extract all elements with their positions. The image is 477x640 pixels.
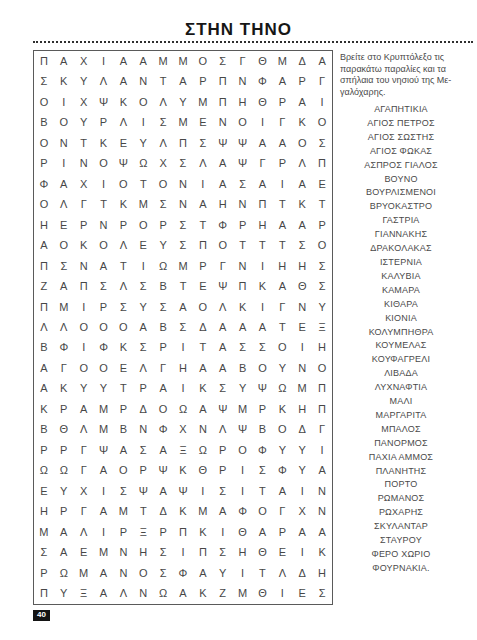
grid-cell-r4c1[interactable]: Β: [34, 112, 54, 132]
grid-cell-r16c10[interactable]: Α: [213, 358, 233, 378]
grid-cell-r10c4[interactable]: Ο: [94, 235, 114, 255]
grid-cell-r20c12[interactable]: Φ: [253, 440, 273, 460]
grid-cell-r24c11[interactable]: Θ: [233, 522, 253, 542]
grid-cell-r21c1[interactable]: Ω: [34, 461, 54, 481]
grid-cell-r22c10[interactable]: Σ: [213, 481, 233, 501]
grid-cell-r17c10[interactable]: Σ: [213, 379, 233, 399]
grid-cell-r17c13[interactable]: Ω: [272, 379, 292, 399]
grid-cell-r23c1[interactable]: Η: [34, 502, 54, 522]
grid-cell-r14c3[interactable]: Ο: [74, 317, 94, 337]
grid-cell-r17c14[interactable]: Μ: [292, 379, 312, 399]
grid-cell-r12c15[interactable]: Σ: [312, 276, 332, 296]
grid-cell-r8c1[interactable]: Ο: [34, 194, 54, 214]
grid-cell-r12c1[interactable]: Ζ: [34, 276, 54, 296]
grid-cell-r14c4[interactable]: Ο: [94, 317, 114, 337]
grid-cell-r20c3[interactable]: Γ: [74, 440, 94, 460]
grid-cell-r4c3[interactable]: Υ: [74, 112, 94, 132]
grid-cell-r7c12[interactable]: Α: [253, 174, 273, 194]
grid-cell-r26c6[interactable]: Ο: [133, 563, 153, 583]
grid-cell-r19c5[interactable]: Β: [113, 420, 133, 440]
grid-cell-r1c6[interactable]: Α: [133, 51, 153, 71]
grid-cell-r22c6[interactable]: Ψ: [133, 481, 153, 501]
grid-cell-r6c4[interactable]: Ο: [94, 153, 114, 173]
grid-cell-r5c2[interactable]: Ν: [54, 133, 74, 153]
grid-cell-r14c14[interactable]: Ε: [292, 317, 312, 337]
grid-cell-r17c12[interactable]: Ψ: [253, 379, 273, 399]
grid-cell-r25c5[interactable]: Ν: [113, 543, 133, 563]
grid-cell-r19c8[interactable]: Χ: [173, 420, 193, 440]
grid-cell-r9c5[interactable]: Ρ: [113, 215, 133, 235]
grid-cell-r13c2[interactable]: Μ: [54, 297, 74, 317]
grid-cell-r23c14[interactable]: Χ: [292, 502, 312, 522]
grid-cell-r17c5[interactable]: Τ: [113, 379, 133, 399]
grid-cell-r16c11[interactable]: Β: [233, 358, 253, 378]
grid-cell-r10c3[interactable]: Κ: [74, 235, 94, 255]
grid-cell-r14c8[interactable]: Σ: [173, 317, 193, 337]
grid-cell-r23c9[interactable]: Μ: [193, 502, 213, 522]
grid-cell-r16c8[interactable]: Η: [173, 358, 193, 378]
grid-cell-r24c6[interactable]: Ξ: [133, 522, 153, 542]
grid-cell-r22c11[interactable]: Ι: [233, 481, 253, 501]
grid-cell-r4c2[interactable]: Ο: [54, 112, 74, 132]
grid-cell-r18c4[interactable]: Μ: [94, 399, 114, 419]
grid-cell-r12c12[interactable]: Κ: [253, 276, 273, 296]
grid-cell-r22c3[interactable]: Χ: [74, 481, 94, 501]
grid-cell-r26c5[interactable]: Ν: [113, 563, 133, 583]
grid-cell-r23c8[interactable]: Κ: [173, 502, 193, 522]
grid-cell-r9c2[interactable]: Ε: [54, 215, 74, 235]
grid-cell-r20c13[interactable]: Υ: [272, 440, 292, 460]
grid-cell-r27c1[interactable]: Π: [34, 584, 54, 604]
grid-cell-r20c15[interactable]: Ι: [312, 440, 332, 460]
grid-cell-r4c5[interactable]: Λ: [113, 112, 133, 132]
grid-cell-r8c5[interactable]: Κ: [113, 194, 133, 214]
grid-cell-r14c2[interactable]: Λ: [54, 317, 74, 337]
grid-cell-r27c5[interactable]: Λ: [113, 584, 133, 604]
grid-cell-r24c15[interactable]: Α: [312, 522, 332, 542]
grid-cell-r26c11[interactable]: Ι: [233, 563, 253, 583]
grid-cell-r24c7[interactable]: Ρ: [153, 522, 173, 542]
grid-cell-r17c9[interactable]: Κ: [193, 379, 213, 399]
grid-cell-r17c2[interactable]: Κ: [54, 379, 74, 399]
grid-cell-r9c6[interactable]: Ο: [133, 215, 153, 235]
grid-cell-r4c7[interactable]: Σ: [153, 112, 173, 132]
grid-cell-r19c14[interactable]: Δ: [292, 420, 312, 440]
grid-cell-r2c6[interactable]: Ν: [133, 71, 153, 91]
grid-cell-r21c5[interactable]: Ο: [113, 461, 133, 481]
grid-cell-r2c15[interactable]: Γ: [312, 71, 332, 91]
grid-cell-r1c3[interactable]: Χ: [74, 51, 94, 71]
grid-cell-r22c7[interactable]: Α: [153, 481, 173, 501]
grid-cell-r7c9[interactable]: Ι: [193, 174, 213, 194]
grid-cell-r14c6[interactable]: Α: [133, 317, 153, 337]
grid-cell-r27c14[interactable]: Ε: [292, 584, 312, 604]
grid-cell-r13c7[interactable]: Σ: [153, 297, 173, 317]
grid-cell-r10c8[interactable]: Σ: [173, 235, 193, 255]
grid-cell-r3c9[interactable]: Μ: [193, 92, 213, 112]
grid-cell-r13c8[interactable]: Α: [173, 297, 193, 317]
grid-cell-r27c3[interactable]: Ξ: [74, 584, 94, 604]
grid-cell-r20c11[interactable]: Ο: [233, 440, 253, 460]
grid-cell-r16c3[interactable]: Ο: [74, 358, 94, 378]
grid-cell-r2c13[interactable]: Α: [272, 71, 292, 91]
grid-cell-r23c13[interactable]: Γ: [272, 502, 292, 522]
grid-cell-r12c13[interactable]: Α: [272, 276, 292, 296]
grid-cell-r5c14[interactable]: Ο: [292, 133, 312, 153]
grid-cell-r7c6[interactable]: Τ: [133, 174, 153, 194]
grid-cell-r19c12[interactable]: Β: [253, 420, 273, 440]
grid-cell-r5c10[interactable]: Ψ: [213, 133, 233, 153]
grid-cell-r26c2[interactable]: Ω: [54, 563, 74, 583]
grid-cell-r2c9[interactable]: Ρ: [193, 71, 213, 91]
grid-cell-r22c1[interactable]: Ε: [34, 481, 54, 501]
grid-cell-r1c4[interactable]: Ι: [94, 51, 114, 71]
grid-cell-r23c10[interactable]: Α: [213, 502, 233, 522]
grid-cell-r11c6[interactable]: Ι: [133, 256, 153, 276]
grid-cell-r15c14[interactable]: Ι: [292, 338, 312, 358]
grid-cell-r24c13[interactable]: Ρ: [272, 522, 292, 542]
grid-cell-r8c15[interactable]: Τ: [312, 194, 332, 214]
grid-cell-r16c1[interactable]: Α: [34, 358, 54, 378]
grid-cell-r13c6[interactable]: Υ: [133, 297, 153, 317]
grid-cell-r25c6[interactable]: Η: [133, 543, 153, 563]
grid-cell-r27c12[interactable]: Θ: [253, 584, 273, 604]
grid-cell-r25c13[interactable]: Ε: [272, 543, 292, 563]
grid-cell-r17c3[interactable]: Υ: [74, 379, 94, 399]
grid-cell-r17c15[interactable]: Π: [312, 379, 332, 399]
grid-cell-r6c2[interactable]: Ι: [54, 153, 74, 173]
grid-cell-r2c1[interactable]: Σ: [34, 71, 54, 91]
grid-cell-r13c10[interactable]: Λ: [213, 297, 233, 317]
grid-cell-r12c14[interactable]: Θ: [292, 276, 312, 296]
grid-cell-r14c9[interactable]: Δ: [193, 317, 213, 337]
grid-cell-r12c11[interactable]: Π: [233, 276, 253, 296]
grid-cell-r5c1[interactable]: Ο: [34, 133, 54, 153]
grid-cell-r13c4[interactable]: Ρ: [94, 297, 114, 317]
grid-cell-r5c4[interactable]: Κ: [94, 133, 114, 153]
grid-cell-r17c7[interactable]: Α: [153, 379, 173, 399]
grid-cell-r17c4[interactable]: Υ: [94, 379, 114, 399]
grid-cell-r5c8[interactable]: Π: [173, 133, 193, 153]
grid-cell-r6c10[interactable]: Α: [213, 153, 233, 173]
grid-cell-r23c3[interactable]: Γ: [74, 502, 94, 522]
grid-cell-r25c9[interactable]: Π: [193, 543, 213, 563]
grid-cell-r13c3[interactable]: Ι: [74, 297, 94, 317]
grid-cell-r3c7[interactable]: Λ: [153, 92, 173, 112]
grid-cell-r19c13[interactable]: Ο: [272, 420, 292, 440]
grid-cell-r26c12[interactable]: Τ: [253, 563, 273, 583]
grid-cell-r26c10[interactable]: Υ: [213, 563, 233, 583]
grid-cell-r21c15[interactable]: Α: [312, 461, 332, 481]
grid-cell-r2c12[interactable]: Φ: [253, 71, 273, 91]
grid-cell-r26c3[interactable]: Μ: [74, 563, 94, 583]
grid-cell-r19c10[interactable]: Λ: [213, 420, 233, 440]
grid-cell-r15c12[interactable]: Σ: [253, 338, 273, 358]
grid-cell-r7c5[interactable]: Ο: [113, 174, 133, 194]
grid-cell-r14c10[interactable]: Α: [213, 317, 233, 337]
grid-cell-r27c10[interactable]: Ζ: [213, 584, 233, 604]
grid-cell-r9c4[interactable]: Ν: [94, 215, 114, 235]
grid-cell-r20c7[interactable]: Α: [153, 440, 173, 460]
grid-cell-r7c11[interactable]: Σ: [233, 174, 253, 194]
grid-cell-r17c1[interactable]: Α: [34, 379, 54, 399]
grid-cell-r21c7[interactable]: Ψ: [153, 461, 173, 481]
grid-cell-r22c13[interactable]: Α: [272, 481, 292, 501]
grid-cell-r1c15[interactable]: Α: [312, 51, 332, 71]
grid-cell-r14c7[interactable]: Β: [153, 317, 173, 337]
grid-cell-r16c5[interactable]: Ε: [113, 358, 133, 378]
grid-cell-r8c13[interactable]: Τ: [272, 194, 292, 214]
grid-cell-r1c7[interactable]: Μ: [153, 51, 173, 71]
grid-cell-r25c12[interactable]: Θ: [253, 543, 273, 563]
grid-cell-r21c9[interactable]: Θ: [193, 461, 213, 481]
grid-cell-r26c1[interactable]: Ρ: [34, 563, 54, 583]
grid-cell-r22c8[interactable]: Ψ: [173, 481, 193, 501]
grid-cell-r9c3[interactable]: Ρ: [74, 215, 94, 235]
grid-cell-r10c2[interactable]: Ο: [54, 235, 74, 255]
grid-cell-r11c4[interactable]: Α: [94, 256, 114, 276]
grid-cell-r8c6[interactable]: Μ: [133, 194, 153, 214]
grid-cell-r1c12[interactable]: Θ: [253, 51, 273, 71]
grid-cell-r12c3[interactable]: Π: [74, 276, 94, 296]
grid-cell-r18c9[interactable]: Α: [193, 399, 213, 419]
grid-cell-r7c14[interactable]: Α: [292, 174, 312, 194]
grid-cell-r22c14[interactable]: Ι: [292, 481, 312, 501]
grid-cell-r27c2[interactable]: Υ: [54, 584, 74, 604]
grid-cell-r1c14[interactable]: Δ: [292, 51, 312, 71]
grid-cell-r9c9[interactable]: Τ: [193, 215, 213, 235]
grid-cell-r19c1[interactable]: Β: [34, 420, 54, 440]
grid-cell-r1c8[interactable]: Μ: [173, 51, 193, 71]
grid-cell-r3c6[interactable]: Ο: [133, 92, 153, 112]
grid-cell-r11c3[interactable]: Ν: [74, 256, 94, 276]
grid-cell-r5c11[interactable]: Ψ: [233, 133, 253, 153]
grid-cell-r4c10[interactable]: Ν: [213, 112, 233, 132]
grid-cell-r9c13[interactable]: Α: [272, 215, 292, 235]
grid-cell-r25c10[interactable]: Σ: [213, 543, 233, 563]
grid-cell-r25c2[interactable]: Α: [54, 543, 74, 563]
grid-cell-r13c5[interactable]: Σ: [113, 297, 133, 317]
grid-cell-r21c2[interactable]: Ω: [54, 461, 74, 481]
grid-cell-r1c10[interactable]: Σ: [213, 51, 233, 71]
grid-cell-r8c14[interactable]: Κ: [292, 194, 312, 214]
grid-cell-r16c12[interactable]: Ο: [253, 358, 273, 378]
grid-cell-r23c12[interactable]: Ο: [253, 502, 273, 522]
grid-cell-r19c7[interactable]: Φ: [153, 420, 173, 440]
grid-cell-r3c1[interactable]: Ο: [34, 92, 54, 112]
grid-cell-r19c15[interactable]: Γ: [312, 420, 332, 440]
grid-cell-r24c10[interactable]: Ι: [213, 522, 233, 542]
grid-cell-r21c11[interactable]: Ι: [233, 461, 253, 481]
grid-cell-r13c12[interactable]: Ι: [253, 297, 273, 317]
grid-cell-r25c11[interactable]: Η: [233, 543, 253, 563]
grid-cell-r13c13[interactable]: Γ: [272, 297, 292, 317]
grid-cell-r18c3[interactable]: Α: [74, 399, 94, 419]
grid-cell-r4c12[interactable]: Ι: [253, 112, 273, 132]
grid-cell-r5c3[interactable]: Τ: [74, 133, 94, 153]
grid-cell-r15c9[interactable]: Τ: [193, 338, 213, 358]
grid-cell-r6c3[interactable]: Ν: [74, 153, 94, 173]
grid-cell-r3c10[interactable]: Π: [213, 92, 233, 112]
grid-cell-r9c8[interactable]: Σ: [173, 215, 193, 235]
grid-cell-r10c9[interactable]: Π: [193, 235, 213, 255]
grid-cell-r11c10[interactable]: Γ: [213, 256, 233, 276]
grid-cell-r27c8[interactable]: Α: [173, 584, 193, 604]
grid-cell-r20c8[interactable]: Ξ: [173, 440, 193, 460]
grid-cell-r25c14[interactable]: Ι: [292, 543, 312, 563]
grid-cell-r2c5[interactable]: Α: [113, 71, 133, 91]
grid-cell-r7c4[interactable]: Ι: [94, 174, 114, 194]
grid-cell-r27c11[interactable]: Μ: [233, 584, 253, 604]
grid-cell-r3c3[interactable]: Χ: [74, 92, 94, 112]
grid-cell-r22c9[interactable]: Ι: [193, 481, 213, 501]
grid-cell-r5c13[interactable]: Α: [272, 133, 292, 153]
grid-cell-r6c1[interactable]: Ρ: [34, 153, 54, 173]
grid-cell-r14c15[interactable]: Ξ: [312, 317, 332, 337]
grid-cell-r6c11[interactable]: Ψ: [233, 153, 253, 173]
grid-cell-r21c10[interactable]: Ρ: [213, 461, 233, 481]
grid-cell-r26c14[interactable]: Δ: [292, 563, 312, 583]
grid-cell-r10c1[interactable]: Α: [34, 235, 54, 255]
grid-cell-r10c11[interactable]: Τ: [233, 235, 253, 255]
grid-cell-r24c5[interactable]: Ρ: [113, 522, 133, 542]
grid-cell-r11c8[interactable]: Μ: [173, 256, 193, 276]
grid-cell-r10c12[interactable]: Τ: [253, 235, 273, 255]
grid-cell-r20c9[interactable]: Ω: [193, 440, 213, 460]
grid-cell-r10c14[interactable]: Σ: [292, 235, 312, 255]
grid-cell-r11c1[interactable]: Π: [34, 256, 54, 276]
grid-cell-r24c9[interactable]: Κ: [193, 522, 213, 542]
grid-cell-r17c11[interactable]: Υ: [233, 379, 253, 399]
grid-cell-r18c6[interactable]: Δ: [133, 399, 153, 419]
grid-cell-r12c2[interactable]: Α: [54, 276, 74, 296]
grid-cell-r15c3[interactable]: Ι: [74, 338, 94, 358]
grid-cell-r18c14[interactable]: Η: [292, 399, 312, 419]
grid-cell-r22c5[interactable]: Σ: [113, 481, 133, 501]
grid-cell-r2c3[interactable]: Υ: [74, 71, 94, 91]
grid-cell-r25c7[interactable]: Σ: [153, 543, 173, 563]
grid-cell-r3c15[interactable]: Ι: [312, 92, 332, 112]
grid-cell-r26c8[interactable]: Φ: [173, 563, 193, 583]
grid-cell-r27c9[interactable]: Κ: [193, 584, 213, 604]
grid-cell-r12c4[interactable]: Σ: [94, 276, 114, 296]
grid-cell-r25c1[interactable]: Σ: [34, 543, 54, 563]
grid-cell-r23c5[interactable]: Μ: [113, 502, 133, 522]
grid-cell-r11c5[interactable]: Τ: [113, 256, 133, 276]
grid-cell-r1c1[interactable]: Π: [34, 51, 54, 71]
grid-cell-r19c3[interactable]: Λ: [74, 420, 94, 440]
grid-cell-r19c4[interactable]: Μ: [94, 420, 114, 440]
grid-cell-r1c2[interactable]: Α: [54, 51, 74, 71]
grid-cell-r10c7[interactable]: Υ: [153, 235, 173, 255]
grid-cell-r14c12[interactable]: Α: [253, 317, 273, 337]
grid-cell-r25c4[interactable]: Μ: [94, 543, 114, 563]
grid-cell-r21c4[interactable]: Α: [94, 461, 114, 481]
grid-cell-r26c13[interactable]: Λ: [272, 563, 292, 583]
grid-cell-r3c11[interactable]: Η: [233, 92, 253, 112]
grid-cell-r23c11[interactable]: Φ: [233, 502, 253, 522]
grid-cell-r7c2[interactable]: Α: [54, 174, 74, 194]
grid-cell-r8c10[interactable]: Η: [213, 194, 233, 214]
grid-cell-r12c8[interactable]: Τ: [173, 276, 193, 296]
grid-cell-r4c15[interactable]: Ο: [312, 112, 332, 132]
grid-cell-r16c9[interactable]: Α: [193, 358, 213, 378]
grid-cell-r5c7[interactable]: Λ: [153, 133, 173, 153]
grid-cell-r15c1[interactable]: Β: [34, 338, 54, 358]
grid-cell-r24c2[interactable]: Α: [54, 522, 74, 542]
grid-cell-r6c13[interactable]: Ρ: [272, 153, 292, 173]
grid-cell-r25c8[interactable]: Ι: [173, 543, 193, 563]
grid-cell-r26c9[interactable]: Α: [193, 563, 213, 583]
grid-cell-r14c1[interactable]: Λ: [34, 317, 54, 337]
grid-cell-r9c1[interactable]: Η: [34, 215, 54, 235]
grid-cell-r19c9[interactable]: Ν: [193, 420, 213, 440]
grid-cell-r3c4[interactable]: Ψ: [94, 92, 114, 112]
grid-cell-r27c15[interactable]: Σ: [312, 584, 332, 604]
grid-cell-r27c6[interactable]: Ν: [133, 584, 153, 604]
grid-cell-r3c12[interactable]: Θ: [253, 92, 273, 112]
grid-cell-r4c9[interactable]: Ε: [193, 112, 213, 132]
grid-cell-r19c6[interactable]: Ν: [133, 420, 153, 440]
grid-cell-r20c4[interactable]: Ψ: [94, 440, 114, 460]
grid-cell-r15c8[interactable]: Ι: [173, 338, 193, 358]
grid-cell-r20c10[interactable]: Ρ: [213, 440, 233, 460]
grid-cell-r24c8[interactable]: Π: [173, 522, 193, 542]
grid-cell-r6c12[interactable]: Γ: [253, 153, 273, 173]
grid-cell-r4c13[interactable]: Γ: [272, 112, 292, 132]
grid-cell-r21c14[interactable]: Υ: [292, 461, 312, 481]
grid-cell-r13c1[interactable]: Π: [34, 297, 54, 317]
grid-cell-r2c14[interactable]: Ρ: [292, 71, 312, 91]
grid-cell-r10c13[interactable]: Τ: [272, 235, 292, 255]
grid-cell-r15c4[interactable]: Φ: [94, 338, 114, 358]
grid-cell-r21c6[interactable]: Ρ: [133, 461, 153, 481]
grid-cell-r26c15[interactable]: Η: [312, 563, 332, 583]
grid-cell-r13c9[interactable]: Ο: [193, 297, 213, 317]
grid-cell-r23c15[interactable]: Ν: [312, 502, 332, 522]
grid-cell-r5c5[interactable]: Ε: [113, 133, 133, 153]
grid-cell-r22c12[interactable]: Τ: [253, 481, 273, 501]
grid-cell-r11c9[interactable]: Ρ: [193, 256, 213, 276]
grid-cell-r12c6[interactable]: Σ: [133, 276, 153, 296]
grid-cell-r19c2[interactable]: Θ: [54, 420, 74, 440]
grid-cell-r7c8[interactable]: Ν: [173, 174, 193, 194]
grid-cell-r25c3[interactable]: Ε: [74, 543, 94, 563]
grid-cell-r2c10[interactable]: Π: [213, 71, 233, 91]
grid-cell-r10c5[interactable]: Λ: [113, 235, 133, 255]
grid-cell-r18c2[interactable]: Ρ: [54, 399, 74, 419]
grid-cell-r6c14[interactable]: Λ: [292, 153, 312, 173]
grid-cell-r16c2[interactable]: Γ: [54, 358, 74, 378]
grid-cell-r3c8[interactable]: Υ: [173, 92, 193, 112]
grid-cell-r26c7[interactable]: Σ: [153, 563, 173, 583]
grid-cell-r16c15[interactable]: Ο: [312, 358, 332, 378]
grid-cell-r16c6[interactable]: Λ: [133, 358, 153, 378]
grid-cell-r15c5[interactable]: Κ: [113, 338, 133, 358]
grid-cell-r14c13[interactable]: Τ: [272, 317, 292, 337]
grid-cell-r20c14[interactable]: Υ: [292, 440, 312, 460]
grid-cell-r1c9[interactable]: Ο: [193, 51, 213, 71]
grid-cell-r18c8[interactable]: Ω: [173, 399, 193, 419]
grid-cell-r2c11[interactable]: Ν: [233, 71, 253, 91]
grid-cell-r3c13[interactable]: Ρ: [272, 92, 292, 112]
grid-cell-r11c15[interactable]: Σ: [312, 256, 332, 276]
grid-cell-r4c4[interactable]: Ρ: [94, 112, 114, 132]
grid-cell-r12c10[interactable]: Ψ: [213, 276, 233, 296]
grid-cell-r18c11[interactable]: Μ: [233, 399, 253, 419]
grid-cell-r8c11[interactable]: Ν: [233, 194, 253, 214]
grid-cell-r23c2[interactable]: Ρ: [54, 502, 74, 522]
